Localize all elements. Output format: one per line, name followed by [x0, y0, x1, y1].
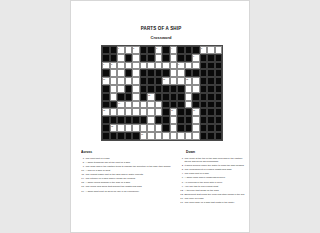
grid-cell[interactable] [117, 77, 125, 85]
clue-number: 17 [193, 109, 195, 111]
grid-cell[interactable] [117, 69, 125, 77]
black-cell [207, 101, 215, 109]
clue-number: 6 [193, 55, 194, 57]
black-cell [162, 54, 170, 62]
grid-cell[interactable] [185, 85, 193, 93]
grid-cell[interactable]: 8 [110, 62, 118, 70]
grid-cell[interactable]: 14 [117, 101, 125, 109]
clue-item-text: The floor of a ship [185, 197, 249, 200]
grid-cell[interactable] [192, 77, 200, 85]
grid-cell[interactable] [177, 77, 185, 85]
black-cell [147, 85, 155, 93]
black-cell [177, 54, 185, 62]
black-cell [125, 54, 133, 62]
black-cell [215, 116, 223, 124]
grid-cell[interactable] [110, 85, 118, 93]
clue-item-text: It spins around under the water to push … [185, 164, 249, 167]
black-cell [185, 124, 193, 132]
clue-item: 4The back part of a ship [177, 172, 248, 175]
grid-cell[interactable] [125, 46, 133, 54]
black-cell [162, 116, 170, 124]
clue-item: 17The main body of a ship that floats in… [177, 201, 248, 204]
black-cell [177, 101, 185, 109]
black-cell [215, 132, 223, 140]
grid-cell[interactable] [177, 132, 185, 140]
black-cell [207, 69, 215, 77]
grid-cell[interactable] [117, 85, 125, 93]
clue-item: 6A small room where passengers sleep [177, 176, 248, 179]
black-cell [192, 69, 200, 77]
black-cell [102, 54, 110, 62]
black-cell [102, 85, 110, 93]
clue-item: 1The room at the top of the ship from wh… [177, 157, 248, 164]
black-cell [110, 132, 118, 140]
black-cell [110, 101, 118, 109]
grid-cell[interactable] [185, 132, 193, 140]
clue-item-text: The large wheel the captain turns to cha… [86, 165, 178, 168]
grid-cell[interactable] [192, 116, 200, 124]
grid-cell[interactable] [155, 132, 163, 140]
black-cell [200, 85, 208, 93]
black-cell [207, 62, 215, 70]
clue-number: 2 [133, 47, 134, 49]
grid-cell[interactable] [207, 46, 215, 54]
black-cell [207, 54, 215, 62]
clue-item: 8An opening in the deck with a cover [177, 180, 248, 183]
black-cell [125, 132, 133, 140]
black-cell [102, 69, 110, 77]
clue-item: 16The floor of a ship [177, 197, 248, 200]
clue-number: 19 [141, 133, 143, 135]
clue-number: 10 [103, 78, 105, 80]
grid-cell[interactable]: 9 [177, 62, 185, 70]
black-cell [155, 85, 163, 93]
grid-cell[interactable] [132, 93, 140, 101]
black-cell [125, 85, 133, 93]
across-header: Across [81, 150, 177, 154]
clue-number: 16 [171, 109, 173, 111]
grid-cell[interactable] [132, 77, 140, 85]
black-cell [177, 46, 185, 54]
black-cell [215, 85, 223, 93]
grid-cell[interactable] [177, 69, 185, 77]
black-cell [207, 132, 215, 140]
black-cell [207, 93, 215, 101]
black-cell [192, 93, 200, 101]
black-cell [147, 54, 155, 62]
grid-cell[interactable] [170, 69, 178, 77]
grid-cell[interactable] [110, 69, 118, 77]
grid-cell[interactable] [147, 62, 155, 70]
black-cell [185, 69, 193, 77]
clue-item: 5A small triangular sail at the front of… [79, 161, 177, 164]
black-cell [170, 85, 178, 93]
clue-item: 13Equipment that helps the crew find oth… [177, 193, 248, 196]
black-cell [200, 124, 208, 132]
black-cell [162, 108, 170, 116]
grid-cell[interactable]: 7 [102, 62, 110, 70]
black-cell [215, 108, 223, 116]
grid-cell[interactable] [185, 93, 193, 101]
black-cell [215, 54, 223, 62]
grid-cell[interactable]: 16 [170, 108, 178, 116]
black-cell [192, 46, 200, 54]
black-cell [125, 69, 133, 77]
black-cell [215, 62, 223, 70]
clue-item-text: The kitchen on a ship where meals are co… [86, 177, 178, 180]
clue-item-number: 8 [177, 180, 185, 183]
grid-cell[interactable]: 3 [155, 46, 163, 54]
grid-cell[interactable] [170, 62, 178, 70]
black-cell [200, 108, 208, 116]
grid-cell[interactable] [117, 124, 125, 132]
clue-number: 15 [103, 109, 105, 111]
grid-cell[interactable] [170, 132, 178, 140]
black-cell [140, 69, 148, 77]
black-cell [162, 101, 170, 109]
grid-cell[interactable] [170, 54, 178, 62]
grid-cell[interactable] [170, 124, 178, 132]
clue-number: 11 [163, 78, 165, 80]
black-cell [207, 108, 215, 116]
black-cell [177, 85, 185, 93]
grid-cell[interactable] [140, 62, 148, 70]
grid-cell[interactable] [117, 62, 125, 70]
grid-cell[interactable] [147, 116, 155, 124]
clue-item-number: 9 [177, 184, 185, 187]
black-cell [200, 62, 208, 70]
grid-cell[interactable] [155, 108, 163, 116]
grid-cell[interactable] [192, 124, 200, 132]
black-cell [207, 85, 215, 93]
clue-item-text: Equipment that helps the crew find other… [185, 193, 249, 196]
black-cell [215, 93, 223, 101]
black-cell [110, 54, 118, 62]
clue-item: 10A bed on a ship or boat [79, 169, 177, 172]
clue-item-number: 1 [177, 157, 185, 164]
grid-cell[interactable] [117, 108, 125, 116]
black-cell [215, 124, 223, 132]
black-cell [110, 46, 118, 54]
black-cell [132, 132, 140, 140]
clue-item-text: The back part of a ship [185, 172, 249, 175]
black-cell [162, 93, 170, 101]
black-cell [117, 132, 125, 140]
black-cell [192, 101, 200, 109]
page-title: PARTS OF A SHIP [71, 26, 250, 31]
black-cell [162, 46, 170, 54]
grid-cell[interactable] [192, 132, 200, 140]
clue-item-number: 6 [177, 176, 185, 179]
grid-cell[interactable] [215, 46, 223, 54]
clue-item-text: The arrangement of a ship's masts and sa… [185, 168, 249, 171]
grid-cell[interactable] [170, 77, 178, 85]
grid-cell[interactable] [132, 108, 140, 116]
black-cell [200, 54, 208, 62]
black-cell [185, 116, 193, 124]
grid-cell[interactable] [147, 132, 155, 140]
clue-number: 5 [201, 47, 202, 49]
clue-item: 15A small round window in the side of a … [79, 181, 177, 184]
clue-item-text: A small boat kept on deck for use in an … [86, 189, 178, 192]
black-cell [162, 85, 170, 93]
grid-cell[interactable] [147, 108, 155, 116]
clue-item-number: 3 [177, 168, 185, 171]
black-cell [200, 77, 208, 85]
black-cell [102, 116, 110, 124]
grid-cell[interactable]: 5 [200, 46, 208, 54]
black-cell [125, 116, 133, 124]
grid-cell[interactable] [110, 77, 118, 85]
clue-item-number: 16 [177, 197, 185, 200]
clue-number: 4 [171, 47, 172, 49]
black-cell [155, 69, 163, 77]
grid-cell[interactable]: 2 [132, 46, 140, 54]
clue-item-number: 13 [177, 193, 185, 196]
grid-cell[interactable] [125, 62, 133, 70]
clue-item-text: You use this to row a small boat [185, 184, 249, 187]
grid-cell[interactable]: 13 [147, 93, 155, 101]
grid-cell[interactable] [140, 101, 148, 109]
grid-cell[interactable]: 6 [192, 54, 200, 62]
black-cell [177, 116, 185, 124]
grid-cell[interactable] [162, 132, 170, 140]
black-cell [177, 124, 185, 132]
clue-item-text: A bed on a ship or boat [86, 169, 178, 172]
clue-number: 18 [111, 125, 113, 127]
grid-cell[interactable] [125, 108, 133, 116]
grid-cell[interactable]: 15 [102, 108, 110, 116]
black-cell [102, 46, 110, 54]
black-cell [200, 101, 208, 109]
clue-item: 1The front part of a ship [79, 157, 177, 160]
grid-cell[interactable] [192, 85, 200, 93]
black-cell [140, 116, 148, 124]
black-cell [102, 101, 110, 109]
clue-item-text: The room at the top of the ship from whe… [185, 157, 249, 164]
black-cell [185, 108, 193, 116]
grid-cell[interactable] [132, 54, 140, 62]
black-cell [102, 93, 110, 101]
grid-cell[interactable] [155, 54, 163, 62]
grid-cell[interactable] [155, 101, 163, 109]
grid-cell[interactable] [132, 85, 140, 93]
black-cell [177, 93, 185, 101]
black-cell [155, 77, 163, 85]
grid-cell[interactable] [147, 101, 155, 109]
clue-item: 12A tall pole that holds up the sails [177, 189, 248, 192]
across-clue-list: 1The front part of a ship5A small triang… [79, 157, 177, 193]
black-cell [200, 69, 208, 77]
clue-item-text: The ropes and wires that support the mas… [86, 185, 178, 188]
clue-number: 3 [156, 47, 157, 49]
down-clues-section: Down 1The room at the top of the ship fr… [177, 150, 250, 233]
clue-number: 1 [118, 47, 119, 49]
grid-cell[interactable] [185, 101, 193, 109]
clue-number: 9 [178, 63, 179, 65]
black-cell [215, 101, 223, 109]
grid-cell[interactable] [132, 124, 140, 132]
grid-cell[interactable] [140, 108, 148, 116]
page-subtitle: Crossword [71, 36, 250, 41]
page-header: PARTS OF A SHIP Crossword [71, 26, 250, 40]
clue-number: 12 [186, 78, 188, 80]
clue-item: 14The kitchen on a ship where meals are … [79, 177, 177, 180]
black-cell [140, 77, 148, 85]
black-cell [177, 108, 185, 116]
black-cell [155, 93, 163, 101]
clue-item: 19A small boat kept on deck for use in a… [79, 189, 177, 192]
clue-item: 18The ropes and wires that support the m… [79, 185, 177, 188]
black-cell [162, 69, 170, 77]
grid-cell[interactable]: 19 [140, 132, 148, 140]
black-cell [207, 77, 215, 85]
grid-cell[interactable]: 18 [110, 124, 118, 132]
black-cell [117, 116, 125, 124]
grid-cell[interactable]: 1 [117, 46, 125, 54]
black-cell [200, 132, 208, 140]
clue-item-text: A small triangular sail at the front of … [86, 161, 178, 164]
down-header: Down [186, 150, 248, 154]
black-cell [117, 93, 125, 101]
clue-item-text: A tall pole that holds up the sails [185, 189, 249, 192]
grid-cell[interactable] [125, 124, 133, 132]
crossword-grid: 12345678910111213141516171819 [101, 45, 223, 141]
black-cell [140, 93, 148, 101]
grid-cell[interactable] [170, 116, 178, 124]
black-cell [155, 116, 163, 124]
grid-cell[interactable]: 12 [185, 77, 193, 85]
grid-cell[interactable] [132, 62, 140, 70]
grid-cell[interactable] [162, 62, 170, 70]
black-cell [147, 46, 155, 54]
black-cell [102, 124, 110, 132]
grid-cell[interactable] [110, 93, 118, 101]
black-cell [215, 77, 223, 85]
black-cell [140, 85, 148, 93]
black-cell [215, 69, 223, 77]
clue-item-text: A small room where passengers sleep [185, 176, 249, 179]
clue-item-text: A small round window in the side of a sh… [86, 181, 178, 184]
grid-cell[interactable] [117, 54, 125, 62]
clue-number: 14 [118, 102, 120, 104]
grid-cell[interactable] [192, 62, 200, 70]
black-cell [170, 101, 178, 109]
grid-cell[interactable] [140, 124, 148, 132]
clue-item: 2It spins around under the water to push… [177, 164, 248, 167]
black-cell [147, 77, 155, 85]
black-cell [110, 116, 118, 124]
grid-cell[interactable] [125, 77, 133, 85]
black-cell [185, 54, 193, 62]
black-cell [125, 93, 133, 101]
grid-cell[interactable]: 10 [102, 77, 110, 85]
grid-cell[interactable] [155, 124, 163, 132]
black-cell [207, 116, 215, 124]
clue-item-number: 2 [177, 164, 185, 167]
black-cell [170, 93, 178, 101]
grid-cell[interactable] [110, 108, 118, 116]
grid-cell[interactable] [185, 62, 193, 70]
clue-item-number: 17 [177, 201, 185, 204]
worksheet-page: PARTS OF A SHIP Crossword 12345678910111… [70, 0, 250, 233]
clue-number: 8 [111, 63, 112, 65]
clue-number: 7 [103, 63, 104, 65]
black-cell [102, 132, 110, 140]
grid-cell[interactable] [132, 69, 140, 77]
clue-item-number: 12 [177, 189, 185, 192]
clue-item-text: An opening in the deck with a cover [185, 180, 249, 183]
clue-item-text: The main body of a ship that floats in t… [185, 201, 249, 204]
clue-item-number: 4 [177, 172, 185, 175]
grid-cell[interactable]: 4 [170, 46, 178, 54]
black-cell [200, 116, 208, 124]
grid-cell[interactable]: 17 [192, 108, 200, 116]
clue-item: 9You use this to row a small boat [177, 184, 248, 187]
black-cell [140, 46, 148, 54]
clue-item: 11The lowest inside part of the ship whe… [79, 173, 177, 176]
grid-cell[interactable] [132, 101, 140, 109]
clue-item: 3The arrangement of a ship's masts and s… [177, 168, 248, 171]
grid-cell[interactable] [147, 124, 155, 132]
black-cell [147, 69, 155, 77]
black-cell [140, 54, 148, 62]
clue-item: 7The large wheel the captain turns to ch… [79, 165, 177, 168]
clue-number: 13 [148, 94, 150, 96]
grid-cell[interactable] [155, 62, 163, 70]
black-cell [185, 46, 193, 54]
clue-item-text: The lowest inside part of the ship where… [86, 173, 178, 176]
black-cell [132, 116, 140, 124]
grid-cell[interactable]: 11 [162, 77, 170, 85]
black-cell [200, 93, 208, 101]
down-clue-list: 1The room at the top of the ship from wh… [177, 157, 248, 205]
clue-item-text: The front part of a ship [86, 157, 178, 160]
grid-cell[interactable] [125, 101, 133, 109]
black-cell [207, 124, 215, 132]
black-cell [162, 124, 170, 132]
